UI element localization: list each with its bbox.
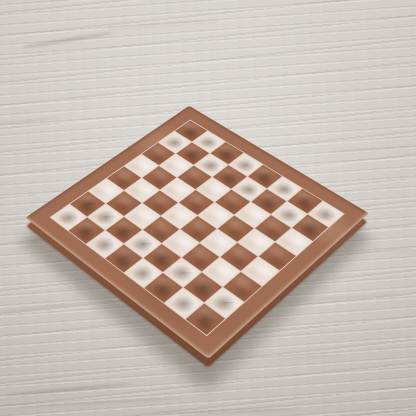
wood-streak — [330, 145, 416, 153]
rook-icon: ♜ — [188, 283, 222, 321]
wood-streak — [238, 354, 348, 360]
chess-board: ♜♞♝♛♚♝♞♜♟♟♟♟♟♟♟♟♟♟♟♟♟♟♟♟♜♞♝♛♚♝♞♜ — [25, 106, 368, 359]
board-grid: ♜♞♝♛♚♝♞♜♟♟♟♟♟♟♟♟♟♟♟♟♟♟♟♟♜♞♝♛♚♝♞♜ — [50, 120, 345, 337]
square-h8: ♜ — [186, 303, 225, 335]
wood-streak — [150, 407, 300, 415]
board-frame: ♜♞♝♛♚♝♞♜♟♟♟♟♟♟♟♟♟♟♟♟♟♟♟♟♜♞♝♛♚♝♞♜ — [25, 106, 368, 359]
wood-streak — [4, 382, 134, 396]
wood-streak — [0, 116, 62, 125]
wood-streak — [0, 397, 184, 409]
board-perspective-wrap: ♜♞♝♛♚♝♞♜♟♟♟♟♟♟♟♟♟♟♟♟♟♟♟♟♜♞♝♛♚♝♞♜ — [76, 94, 319, 337]
photo-scene: ♜♞♝♛♚♝♞♜♟♟♟♟♟♟♟♟♟♟♟♟♟♟♟♟♜♞♝♛♚♝♞♜ — [0, 0, 416, 416]
pawn-icon: ♟ — [296, 198, 323, 228]
wood-streak — [22, 31, 113, 49]
wood-streak — [100, 20, 220, 30]
